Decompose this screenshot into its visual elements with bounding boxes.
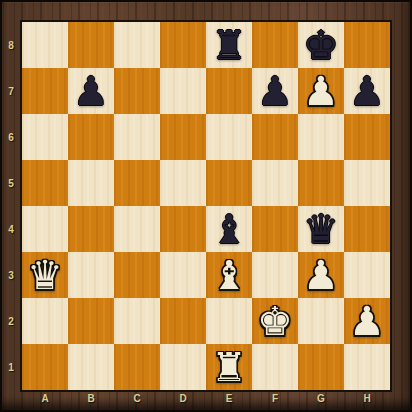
square-d2[interactable]	[160, 298, 206, 344]
chess-board: ♜♚♟♟♟♟♝♛♛♝♟♚♟♜	[20, 20, 392, 392]
square-c4[interactable]	[114, 206, 160, 252]
square-c3[interactable]	[114, 252, 160, 298]
square-d6[interactable]	[160, 114, 206, 160]
file-labels: ABCDEFGH	[22, 391, 390, 406]
file-label-e: E	[206, 391, 252, 406]
square-c7[interactable]	[114, 68, 160, 114]
square-d5[interactable]	[160, 160, 206, 206]
square-h5[interactable]	[344, 160, 390, 206]
square-e8[interactable]: ♜	[206, 22, 252, 68]
square-g6[interactable]	[298, 114, 344, 160]
square-a2[interactable]	[22, 298, 68, 344]
square-e3[interactable]: ♝	[206, 252, 252, 298]
square-e1[interactable]: ♜	[206, 344, 252, 390]
square-c1[interactable]	[114, 344, 160, 390]
square-d8[interactable]	[160, 22, 206, 68]
square-f6[interactable]	[252, 114, 298, 160]
file-label-g: G	[298, 391, 344, 406]
white-queen-a3[interactable]: ♛	[27, 255, 63, 295]
square-g2[interactable]	[298, 298, 344, 344]
square-c2[interactable]	[114, 298, 160, 344]
file-label-b: B	[68, 391, 114, 406]
black-pawn-h7[interactable]: ♟	[349, 71, 385, 111]
white-king-f2[interactable]: ♚	[257, 301, 293, 341]
black-pawn-b7[interactable]: ♟	[73, 71, 109, 111]
square-b2[interactable]	[68, 298, 114, 344]
file-label-f: F	[252, 391, 298, 406]
square-c8[interactable]	[114, 22, 160, 68]
square-b7[interactable]: ♟	[68, 68, 114, 114]
rank-label-7: 7	[2, 68, 20, 114]
rank-label-1: 1	[2, 344, 20, 390]
square-e5[interactable]	[206, 160, 252, 206]
square-a8[interactable]	[22, 22, 68, 68]
square-b6[interactable]	[68, 114, 114, 160]
black-bishop-e4[interactable]: ♝	[211, 209, 247, 249]
square-b1[interactable]	[68, 344, 114, 390]
file-label-c: C	[114, 391, 160, 406]
square-h4[interactable]	[344, 206, 390, 252]
square-a7[interactable]	[22, 68, 68, 114]
file-label-h: H	[344, 391, 390, 406]
square-b8[interactable]	[68, 22, 114, 68]
rank-label-6: 6	[2, 114, 20, 160]
square-f5[interactable]	[252, 160, 298, 206]
white-pawn-h2[interactable]: ♟	[349, 301, 385, 341]
white-pawn-g7[interactable]: ♟	[303, 71, 339, 111]
white-rook-e1[interactable]: ♜	[211, 347, 247, 387]
rank-label-8: 8	[2, 22, 20, 68]
rank-label-3: 3	[2, 252, 20, 298]
square-g8[interactable]: ♚	[298, 22, 344, 68]
file-label-d: D	[160, 391, 206, 406]
square-h8[interactable]	[344, 22, 390, 68]
square-a6[interactable]	[22, 114, 68, 160]
square-c6[interactable]	[114, 114, 160, 160]
square-e2[interactable]	[206, 298, 252, 344]
square-f1[interactable]	[252, 344, 298, 390]
black-pawn-f7[interactable]: ♟	[257, 71, 293, 111]
square-f4[interactable]	[252, 206, 298, 252]
square-h1[interactable]	[344, 344, 390, 390]
square-a3[interactable]: ♛	[22, 252, 68, 298]
square-b4[interactable]	[68, 206, 114, 252]
rank-labels: 87654321	[2, 22, 20, 390]
square-f8[interactable]	[252, 22, 298, 68]
square-a1[interactable]	[22, 344, 68, 390]
file-label-a: A	[22, 391, 68, 406]
chess-diagram: 87654321 ♜♚♟♟♟♟♝♛♛♝♟♚♟♜ ABCDEFGH	[0, 0, 412, 412]
square-a4[interactable]	[22, 206, 68, 252]
square-b3[interactable]	[68, 252, 114, 298]
black-queen-g4[interactable]: ♛	[303, 209, 339, 249]
white-pawn-g3[interactable]: ♟	[303, 255, 339, 295]
square-d3[interactable]	[160, 252, 206, 298]
square-d4[interactable]	[160, 206, 206, 252]
rank-label-4: 4	[2, 206, 20, 252]
square-g7[interactable]: ♟	[298, 68, 344, 114]
square-f3[interactable]	[252, 252, 298, 298]
square-g4[interactable]: ♛	[298, 206, 344, 252]
square-h2[interactable]: ♟	[344, 298, 390, 344]
square-e7[interactable]	[206, 68, 252, 114]
black-rook-e8[interactable]: ♜	[211, 25, 247, 65]
square-d7[interactable]	[160, 68, 206, 114]
square-c5[interactable]	[114, 160, 160, 206]
square-f2[interactable]: ♚	[252, 298, 298, 344]
square-g3[interactable]: ♟	[298, 252, 344, 298]
square-g1[interactable]	[298, 344, 344, 390]
square-g5[interactable]	[298, 160, 344, 206]
rank-label-5: 5	[2, 160, 20, 206]
square-e4[interactable]: ♝	[206, 206, 252, 252]
square-a5[interactable]	[22, 160, 68, 206]
white-bishop-e3[interactable]: ♝	[211, 255, 247, 295]
square-h6[interactable]	[344, 114, 390, 160]
square-d1[interactable]	[160, 344, 206, 390]
square-e6[interactable]	[206, 114, 252, 160]
square-h3[interactable]	[344, 252, 390, 298]
square-b5[interactable]	[68, 160, 114, 206]
square-h7[interactable]: ♟	[344, 68, 390, 114]
square-f7[interactable]: ♟	[252, 68, 298, 114]
black-king-g8[interactable]: ♚	[303, 25, 339, 65]
rank-label-2: 2	[2, 298, 20, 344]
